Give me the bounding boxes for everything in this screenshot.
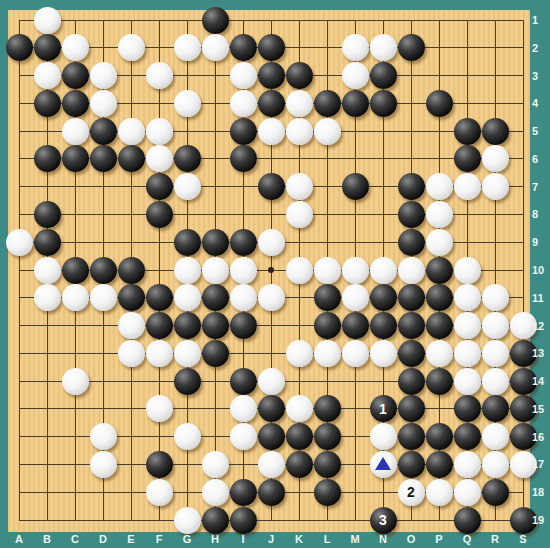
stone-white-F13[interactable] xyxy=(146,340,173,367)
stone-white-M10[interactable] xyxy=(342,257,369,284)
stone-black-N11[interactable] xyxy=(370,284,397,311)
row-label: 6 xyxy=(532,153,550,165)
stone-white-K15[interactable] xyxy=(286,395,313,422)
row-label: 1 xyxy=(532,14,550,26)
stone-white-C14[interactable] xyxy=(62,368,89,395)
column-label: I xyxy=(233,533,253,545)
column-label: F xyxy=(149,533,169,545)
stone-black-F8[interactable] xyxy=(146,201,173,228)
stone-black-L16[interactable] xyxy=(314,423,341,450)
stone-white-C11[interactable] xyxy=(62,284,89,311)
stone-white-F18[interactable] xyxy=(146,479,173,506)
stone-black-O2[interactable] xyxy=(398,34,425,61)
stone-black-F17[interactable] xyxy=(146,451,173,478)
column-label: M xyxy=(345,533,365,545)
stone-black-O12[interactable] xyxy=(398,312,425,339)
stone-black-O11[interactable] xyxy=(398,284,425,311)
stone-white-I4[interactable] xyxy=(230,90,257,117)
stone-black-K16[interactable] xyxy=(286,423,313,450)
column-label: O xyxy=(401,533,421,545)
move-number-label: 2 xyxy=(407,485,415,499)
stone-white-G13[interactable] xyxy=(174,340,201,367)
stone-white-J11[interactable] xyxy=(258,284,285,311)
stone-black-B4[interactable] xyxy=(34,90,61,117)
stone-white-J17[interactable] xyxy=(258,451,285,478)
stone-white-F6[interactable] xyxy=(146,145,173,172)
stone-white-R6[interactable] xyxy=(482,145,509,172)
stone-black-E11[interactable] xyxy=(118,284,145,311)
stone-black-H9[interactable] xyxy=(202,229,229,256)
stone-white-B10[interactable] xyxy=(34,257,61,284)
stone-black-Q6[interactable] xyxy=(454,145,481,172)
stone-white-C2[interactable] xyxy=(62,34,89,61)
stone-white-L13[interactable] xyxy=(314,340,341,367)
row-label: 2 xyxy=(532,42,550,54)
stone-white-F15[interactable] xyxy=(146,395,173,422)
column-label: J xyxy=(261,533,281,545)
stone-black-O15[interactable] xyxy=(398,395,425,422)
stone-white-I10[interactable] xyxy=(230,257,257,284)
stone-white-I3[interactable] xyxy=(230,62,257,89)
stone-white-G19[interactable] xyxy=(174,507,201,534)
column-label: K xyxy=(289,533,309,545)
stone-black-J18[interactable] xyxy=(258,479,285,506)
stone-black-D6[interactable] xyxy=(90,145,117,172)
stone-white-O18[interactable]: 2 xyxy=(398,479,425,506)
stone-black-P14[interactable] xyxy=(426,368,453,395)
row-label: 16 xyxy=(532,431,550,443)
stone-white-F3[interactable] xyxy=(146,62,173,89)
stone-black-G14[interactable] xyxy=(174,368,201,395)
column-label: Q xyxy=(457,533,477,545)
stone-black-P12[interactable] xyxy=(426,312,453,339)
column-label: A xyxy=(9,533,29,545)
stone-black-I19[interactable] xyxy=(230,507,257,534)
stone-black-B8[interactable] xyxy=(34,201,61,228)
stone-black-C6[interactable] xyxy=(62,145,89,172)
stone-white-K10[interactable] xyxy=(286,257,313,284)
stone-black-E10[interactable] xyxy=(118,257,145,284)
triangle-marker xyxy=(375,457,391,470)
stone-white-Q17[interactable] xyxy=(454,451,481,478)
stone-white-K13[interactable] xyxy=(286,340,313,367)
stone-black-P10[interactable] xyxy=(426,257,453,284)
stone-black-B9[interactable] xyxy=(34,229,61,256)
stone-black-F12[interactable] xyxy=(146,312,173,339)
stone-black-K17[interactable] xyxy=(286,451,313,478)
column-label: L xyxy=(317,533,337,545)
stone-white-E12[interactable] xyxy=(118,312,145,339)
stone-white-P8[interactable] xyxy=(426,201,453,228)
stone-black-O16[interactable] xyxy=(398,423,425,450)
move-number-label: 1 xyxy=(379,402,387,416)
stone-white-E13[interactable] xyxy=(118,340,145,367)
stone-black-I14[interactable] xyxy=(230,368,257,395)
column-label: E xyxy=(121,533,141,545)
stone-white-G2[interactable] xyxy=(174,34,201,61)
stone-white-D3[interactable] xyxy=(90,62,117,89)
stone-black-P11[interactable] xyxy=(426,284,453,311)
stone-white-F5[interactable] xyxy=(146,118,173,145)
stone-white-L5[interactable] xyxy=(314,118,341,145)
row-label: 7 xyxy=(532,181,550,193)
stone-white-R7[interactable] xyxy=(482,173,509,200)
stone-black-L17[interactable] xyxy=(314,451,341,478)
stone-white-H18[interactable] xyxy=(202,479,229,506)
stone-white-N17[interactable] xyxy=(370,451,397,478)
stone-black-P4[interactable] xyxy=(426,90,453,117)
column-label: D xyxy=(93,533,113,545)
stone-black-Q15[interactable] xyxy=(454,395,481,422)
row-label: 9 xyxy=(532,236,550,248)
column-label: N xyxy=(373,533,393,545)
stone-white-I15[interactable] xyxy=(230,395,257,422)
stone-black-M12[interactable] xyxy=(342,312,369,339)
stone-white-K5[interactable] xyxy=(286,118,313,145)
stone-white-B1[interactable] xyxy=(34,7,61,34)
stone-black-O8[interactable] xyxy=(398,201,425,228)
stone-black-G6[interactable] xyxy=(174,145,201,172)
stone-black-O17[interactable] xyxy=(398,451,425,478)
stone-white-I16[interactable] xyxy=(230,423,257,450)
stone-black-P17[interactable] xyxy=(426,451,453,478)
stone-white-M2[interactable] xyxy=(342,34,369,61)
stone-black-C10[interactable] xyxy=(62,257,89,284)
stone-black-M7[interactable] xyxy=(342,173,369,200)
stone-black-O13[interactable] xyxy=(398,340,425,367)
stone-white-Q12[interactable] xyxy=(454,312,481,339)
stone-black-I5[interactable] xyxy=(230,118,257,145)
row-label: 14 xyxy=(532,375,550,387)
stone-white-N2[interactable] xyxy=(370,34,397,61)
stone-black-N19[interactable]: 3 xyxy=(370,507,397,534)
stone-black-Q16[interactable] xyxy=(454,423,481,450)
row-label: 8 xyxy=(532,208,550,220)
row-label: 17 xyxy=(532,458,550,470)
row-label: 11 xyxy=(532,292,550,304)
stone-white-Q7[interactable] xyxy=(454,173,481,200)
row-label: 12 xyxy=(532,320,550,332)
stone-white-G4[interactable] xyxy=(174,90,201,117)
row-label: 10 xyxy=(532,264,550,276)
stone-white-G11[interactable] xyxy=(174,284,201,311)
stone-white-G10[interactable] xyxy=(174,257,201,284)
row-label: 19 xyxy=(532,514,550,526)
column-label: B xyxy=(37,533,57,545)
stone-white-E5[interactable] xyxy=(118,118,145,145)
row-label: 13 xyxy=(532,347,550,359)
row-label: 18 xyxy=(532,486,550,498)
stone-white-G7[interactable] xyxy=(174,173,201,200)
star-point xyxy=(268,267,274,273)
stone-black-J15[interactable] xyxy=(258,395,285,422)
stone-white-R16[interactable] xyxy=(482,423,509,450)
stone-black-A2[interactable] xyxy=(6,34,33,61)
stone-white-J14[interactable] xyxy=(258,368,285,395)
stone-black-O9[interactable] xyxy=(398,229,425,256)
stone-white-P13[interactable] xyxy=(426,340,453,367)
stone-white-J5[interactable] xyxy=(258,118,285,145)
stone-white-K7[interactable] xyxy=(286,173,313,200)
stone-black-K3[interactable] xyxy=(286,62,313,89)
row-label: 4 xyxy=(532,97,550,109)
stone-white-K8[interactable] xyxy=(286,201,313,228)
row-label: 5 xyxy=(532,125,550,137)
stone-white-A9[interactable] xyxy=(6,229,33,256)
stone-black-N3[interactable] xyxy=(370,62,397,89)
stone-black-G9[interactable] xyxy=(174,229,201,256)
stone-white-H10[interactable] xyxy=(202,257,229,284)
stone-black-B6[interactable] xyxy=(34,145,61,172)
stone-black-F7[interactable] xyxy=(146,173,173,200)
stone-black-I18[interactable] xyxy=(230,479,257,506)
stone-white-M11[interactable] xyxy=(342,284,369,311)
stone-black-J3[interactable] xyxy=(258,62,285,89)
stone-white-E2[interactable] xyxy=(118,34,145,61)
stone-white-Q14[interactable] xyxy=(454,368,481,395)
stone-black-R15[interactable] xyxy=(482,395,509,422)
stone-white-R14[interactable] xyxy=(482,368,509,395)
stone-white-R11[interactable] xyxy=(482,284,509,311)
stone-black-H11[interactable] xyxy=(202,284,229,311)
stone-white-N10[interactable] xyxy=(370,257,397,284)
stone-black-L11[interactable] xyxy=(314,284,341,311)
stone-white-N16[interactable] xyxy=(370,423,397,450)
column-label: C xyxy=(65,533,85,545)
stone-white-D11[interactable] xyxy=(90,284,117,311)
stone-white-I11[interactable] xyxy=(230,284,257,311)
stone-black-J7[interactable] xyxy=(258,173,285,200)
stone-white-B11[interactable] xyxy=(34,284,61,311)
column-label: G xyxy=(177,533,197,545)
stone-white-L10[interactable] xyxy=(314,257,341,284)
stone-black-R18[interactable] xyxy=(482,479,509,506)
stone-black-I6[interactable] xyxy=(230,145,257,172)
stone-black-G12[interactable] xyxy=(174,312,201,339)
stone-black-E6[interactable] xyxy=(118,145,145,172)
grid-line xyxy=(19,520,523,521)
stone-black-J2[interactable] xyxy=(258,34,285,61)
goban-frame: 123 ABCDEFGHIJKLMNOPQRS 1234567891011121… xyxy=(0,0,550,548)
stone-white-P7[interactable] xyxy=(426,173,453,200)
column-label: S xyxy=(513,533,533,545)
stone-black-B2[interactable] xyxy=(34,34,61,61)
stone-black-M4[interactable] xyxy=(342,90,369,117)
stone-black-F11[interactable] xyxy=(146,284,173,311)
column-label: P xyxy=(429,533,449,545)
stone-black-N4[interactable] xyxy=(370,90,397,117)
column-label: H xyxy=(205,533,225,545)
stone-black-H1[interactable] xyxy=(202,7,229,34)
stone-white-R13[interactable] xyxy=(482,340,509,367)
stone-white-B3[interactable] xyxy=(34,62,61,89)
stone-white-D4[interactable] xyxy=(90,90,117,117)
stone-black-H13[interactable] xyxy=(202,340,229,367)
stone-white-H2[interactable] xyxy=(202,34,229,61)
stone-black-N15[interactable]: 1 xyxy=(370,395,397,422)
stone-white-K4[interactable] xyxy=(286,90,313,117)
stone-black-I9[interactable] xyxy=(230,229,257,256)
stone-black-L18[interactable] xyxy=(314,479,341,506)
stone-black-J4[interactable] xyxy=(258,90,285,117)
stone-white-R17[interactable] xyxy=(482,451,509,478)
stone-black-R5[interactable] xyxy=(482,118,509,145)
stone-white-P18[interactable] xyxy=(426,479,453,506)
row-label: 15 xyxy=(532,403,550,415)
stone-black-N12[interactable] xyxy=(370,312,397,339)
stone-white-N13[interactable] xyxy=(370,340,397,367)
stone-black-D10[interactable] xyxy=(90,257,117,284)
stone-white-R12[interactable] xyxy=(482,312,509,339)
stone-black-O7[interactable] xyxy=(398,173,425,200)
stone-black-L12[interactable] xyxy=(314,312,341,339)
stone-white-D17[interactable] xyxy=(90,451,117,478)
stone-white-M3[interactable] xyxy=(342,62,369,89)
column-label: R xyxy=(485,533,505,545)
stone-white-M13[interactable] xyxy=(342,340,369,367)
stone-white-J9[interactable] xyxy=(258,229,285,256)
stone-black-O14[interactable] xyxy=(398,368,425,395)
stone-white-D16[interactable] xyxy=(90,423,117,450)
stone-black-H12[interactable] xyxy=(202,312,229,339)
stone-black-L4[interactable] xyxy=(314,90,341,117)
stone-white-Q10[interactable] xyxy=(454,257,481,284)
stone-white-Q13[interactable] xyxy=(454,340,481,367)
stone-white-Q11[interactable] xyxy=(454,284,481,311)
row-label: 3 xyxy=(532,70,550,82)
stone-white-G16[interactable] xyxy=(174,423,201,450)
stone-black-C4[interactable] xyxy=(62,90,89,117)
stone-black-L15[interactable] xyxy=(314,395,341,422)
stone-black-C3[interactable] xyxy=(62,62,89,89)
stone-white-C5[interactable] xyxy=(62,118,89,145)
stone-black-D5[interactable] xyxy=(90,118,117,145)
move-number-label: 3 xyxy=(379,513,387,527)
stone-black-I2[interactable] xyxy=(230,34,257,61)
stone-black-P16[interactable] xyxy=(426,423,453,450)
stone-white-H17[interactable] xyxy=(202,451,229,478)
stone-black-I12[interactable] xyxy=(230,312,257,339)
stone-black-J16[interactable] xyxy=(258,423,285,450)
stone-white-P9[interactable] xyxy=(426,229,453,256)
stone-black-H19[interactable] xyxy=(202,507,229,534)
stone-white-Q18[interactable] xyxy=(454,479,481,506)
stone-black-Q5[interactable] xyxy=(454,118,481,145)
stone-white-O10[interactable] xyxy=(398,257,425,284)
stone-black-Q19[interactable] xyxy=(454,507,481,534)
